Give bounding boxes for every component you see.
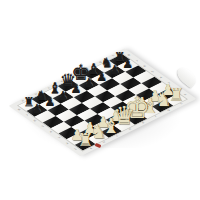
chess-set-photo: abcdefgh abcdefgh 87654321 87654321 ♜♞♝♛… [0,0,200,200]
file-label-h: h [180,103,184,105]
rank-label-7: 7 [25,114,29,116]
file-label-c: c [47,87,51,89]
file-label-g: g [167,109,171,111]
file-label-a: a [21,100,25,102]
rank-label-2: 2 [66,142,70,144]
rank-label-1: 1 [74,148,78,150]
rank-label-4: 4 [50,131,54,133]
rank-label-5: 5 [151,71,155,73]
file-label-d: d [128,128,132,130]
rank-label-4: 4 [159,77,163,79]
file-label-h: h [112,55,116,57]
file-label-c: c [115,135,119,137]
file-label-b: b [34,93,38,95]
rank-label-6: 6 [143,65,147,67]
rank-label-1: 1 [184,94,188,96]
file-label-b: b [102,141,106,143]
file-label-e: e [141,122,145,124]
file-label-a: a [89,148,93,150]
rank-label-8: 8 [17,109,21,111]
rank-label-6: 6 [34,120,38,122]
rank-label-2: 2 [176,88,180,90]
file-label-g: g [99,61,103,63]
rank-label-3: 3 [168,82,172,84]
rank-label-7: 7 [135,60,139,62]
rank-label-5: 5 [42,126,46,128]
rank-label-8: 8 [127,54,131,56]
file-label-f: f [86,68,89,70]
file-label-d: d [60,80,64,82]
file-label-f: f [155,116,158,118]
file-label-e: e [73,74,77,76]
rank-label-3: 3 [58,137,62,139]
